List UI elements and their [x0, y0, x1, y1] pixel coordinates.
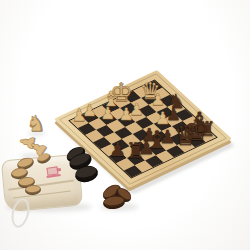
brand-stamp-mark — [57, 168, 61, 172]
draughts-piece-top — [26, 185, 41, 193]
knight-shadow — [28, 131, 45, 136]
product-photo: ♟♟♝♚♟♛♟♟♟♞♟♟♟♟♜♟♝♟♝♛♚♜♞♟♟ — [0, 0, 250, 250]
draughts-piece-top — [16, 156, 32, 167]
draughts-piece-top — [104, 195, 124, 205]
brand-stamp — [44, 165, 63, 179]
